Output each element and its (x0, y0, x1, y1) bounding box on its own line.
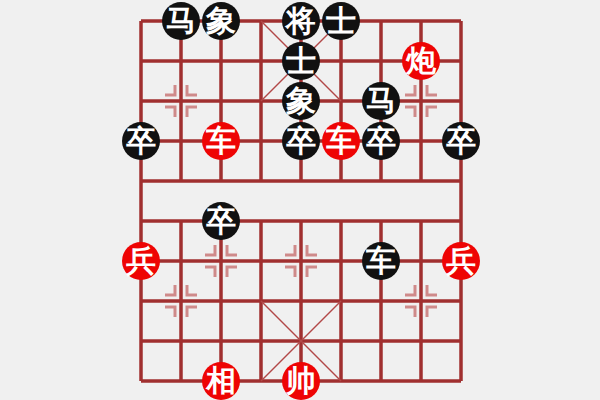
piece-red-chariot[interactable]: 车 (202, 122, 240, 160)
piece-red-general[interactable]: 帅 (282, 362, 320, 400)
piece-black-elephant[interactable]: 象 (202, 2, 240, 40)
piece-black-general[interactable]: 将 (282, 2, 320, 40)
piece-black-soldier[interactable]: 卒 (202, 202, 240, 240)
piece-black-soldier[interactable]: 卒 (282, 122, 320, 160)
piece-red-chariot[interactable]: 车 (322, 122, 360, 160)
piece-red-soldier[interactable]: 兵 (442, 242, 480, 280)
piece-red-cannon[interactable]: 炮 (402, 42, 440, 80)
piece-black-advisor[interactable]: 士 (282, 42, 320, 80)
piece-black-horse[interactable]: 马 (362, 82, 400, 120)
piece-black-soldier[interactable]: 卒 (362, 122, 400, 160)
piece-black-chariot[interactable]: 车 (362, 242, 400, 280)
piece-black-soldier[interactable]: 卒 (122, 122, 160, 160)
piece-red-soldier[interactable]: 兵 (122, 242, 160, 280)
piece-black-horse[interactable]: 马 (162, 2, 200, 40)
piece-black-elephant[interactable]: 象 (282, 82, 320, 120)
xiangqi-board[interactable]: 马象将士士炮象马卒车卒车卒卒卒兵车兵相帅 (0, 0, 600, 400)
piece-red-elephant[interactable]: 相 (202, 362, 240, 400)
piece-black-advisor[interactable]: 士 (322, 2, 360, 40)
piece-black-soldier[interactable]: 卒 (442, 122, 480, 160)
